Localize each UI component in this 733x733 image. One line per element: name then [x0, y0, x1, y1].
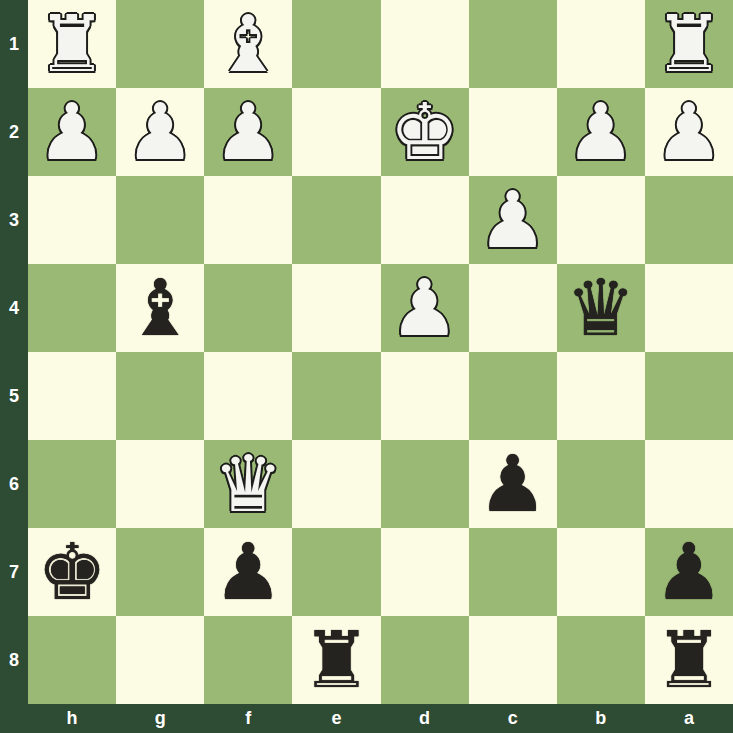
square-g2[interactable]: ♟: [116, 88, 204, 176]
square-d8[interactable]: [381, 616, 469, 704]
square-c4[interactable]: [469, 264, 557, 352]
square-a2[interactable]: ♟: [645, 88, 733, 176]
square-d6[interactable]: [381, 440, 469, 528]
square-a3[interactable]: [645, 176, 733, 264]
square-a4[interactable]: [645, 264, 733, 352]
square-c7[interactable]: [469, 528, 557, 616]
file-label-b: b: [557, 704, 645, 733]
square-h4[interactable]: [28, 264, 116, 352]
square-g7[interactable]: [116, 528, 204, 616]
rank-label-7: 7: [0, 528, 28, 616]
rank-label-8: 8: [0, 616, 28, 704]
black-king-piece[interactable]: ♚: [37, 528, 107, 616]
white-pawn-piece[interactable]: ♟: [566, 88, 636, 176]
square-e6[interactable]: [292, 440, 380, 528]
square-c5[interactable]: [469, 352, 557, 440]
file-label-g: g: [116, 704, 204, 733]
square-e5[interactable]: [292, 352, 380, 440]
rank-label-3: 3: [0, 176, 28, 264]
square-g4[interactable]: ♝: [116, 264, 204, 352]
square-h7[interactable]: ♚: [28, 528, 116, 616]
file-label-d: d: [381, 704, 469, 733]
square-h8[interactable]: [28, 616, 116, 704]
square-c2[interactable]: [469, 88, 557, 176]
square-b1[interactable]: [557, 0, 645, 88]
square-f2[interactable]: ♟: [204, 88, 292, 176]
square-a8[interactable]: ♜: [645, 616, 733, 704]
white-pawn-piece[interactable]: ♟: [654, 88, 724, 176]
square-b2[interactable]: ♟: [557, 88, 645, 176]
square-h5[interactable]: [28, 352, 116, 440]
file-label-c: c: [469, 704, 557, 733]
square-e7[interactable]: [292, 528, 380, 616]
square-g8[interactable]: [116, 616, 204, 704]
square-d3[interactable]: [381, 176, 469, 264]
white-king-piece[interactable]: ♚: [390, 88, 460, 176]
white-rook-piece[interactable]: ♜: [37, 0, 107, 88]
square-f3[interactable]: [204, 176, 292, 264]
square-a6[interactable]: [645, 440, 733, 528]
rank-label-2: 2: [0, 88, 28, 176]
square-e2[interactable]: [292, 88, 380, 176]
square-c3[interactable]: ♟: [469, 176, 557, 264]
square-b5[interactable]: [557, 352, 645, 440]
square-b8[interactable]: [557, 616, 645, 704]
square-e8[interactable]: ♜: [292, 616, 380, 704]
rank-label-4: 4: [0, 264, 28, 352]
square-e1[interactable]: [292, 0, 380, 88]
white-pawn-piece[interactable]: ♟: [478, 176, 548, 264]
square-d7[interactable]: [381, 528, 469, 616]
file-label-f: f: [204, 704, 292, 733]
black-rook-piece[interactable]: ♜: [654, 616, 724, 704]
black-pawn-piece[interactable]: ♟: [478, 440, 548, 528]
square-f6[interactable]: ♛: [204, 440, 292, 528]
white-bishop-piece[interactable]: ♝: [213, 0, 283, 88]
square-f8[interactable]: [204, 616, 292, 704]
square-a5[interactable]: [645, 352, 733, 440]
square-d5[interactable]: [381, 352, 469, 440]
white-pawn-piece[interactable]: ♟: [390, 264, 460, 352]
square-h2[interactable]: ♟: [28, 88, 116, 176]
white-rook-piece[interactable]: ♜: [654, 0, 724, 88]
square-f7[interactable]: ♟: [204, 528, 292, 616]
file-label-h: h: [28, 704, 116, 733]
black-queen-piece[interactable]: ♛: [566, 264, 636, 352]
square-e3[interactable]: [292, 176, 380, 264]
square-b4[interactable]: ♛: [557, 264, 645, 352]
white-pawn-piece[interactable]: ♟: [37, 88, 107, 176]
square-a7[interactable]: ♟: [645, 528, 733, 616]
white-pawn-piece[interactable]: ♟: [213, 88, 283, 176]
white-queen-piece[interactable]: ♛: [213, 440, 283, 528]
square-c1[interactable]: [469, 0, 557, 88]
square-b6[interactable]: [557, 440, 645, 528]
white-pawn-piece[interactable]: ♟: [125, 88, 195, 176]
square-f5[interactable]: [204, 352, 292, 440]
file-label-e: e: [292, 704, 380, 733]
black-pawn-piece[interactable]: ♟: [654, 528, 724, 616]
square-e4[interactable]: [292, 264, 380, 352]
square-h6[interactable]: [28, 440, 116, 528]
square-a1[interactable]: ♜: [645, 0, 733, 88]
black-bishop-piece[interactable]: ♝: [125, 264, 195, 352]
rank-label-1: 1: [0, 0, 28, 88]
square-g6[interactable]: [116, 440, 204, 528]
square-b3[interactable]: [557, 176, 645, 264]
file-label-a: a: [645, 704, 733, 733]
rank-label-6: 6: [0, 440, 28, 528]
square-d4[interactable]: ♟: [381, 264, 469, 352]
square-f4[interactable]: [204, 264, 292, 352]
rank-label-5: 5: [0, 352, 28, 440]
square-d2[interactable]: ♚: [381, 88, 469, 176]
square-h3[interactable]: [28, 176, 116, 264]
square-c6[interactable]: ♟: [469, 440, 557, 528]
square-g3[interactable]: [116, 176, 204, 264]
square-h1[interactable]: ♜: [28, 0, 116, 88]
square-d1[interactable]: [381, 0, 469, 88]
square-c8[interactable]: [469, 616, 557, 704]
square-g5[interactable]: [116, 352, 204, 440]
board-corner: [0, 704, 28, 733]
square-g1[interactable]: [116, 0, 204, 88]
square-f1[interactable]: ♝: [204, 0, 292, 88]
black-rook-piece[interactable]: ♜: [301, 616, 371, 704]
chess-board: 1♜♝♜2♟♟♟♚♟♟3♟4♝♟♛56♛♟7♚♟♟8♜♜hgfedcba: [0, 0, 733, 733]
black-pawn-piece[interactable]: ♟: [213, 528, 283, 616]
square-b7[interactable]: [557, 528, 645, 616]
